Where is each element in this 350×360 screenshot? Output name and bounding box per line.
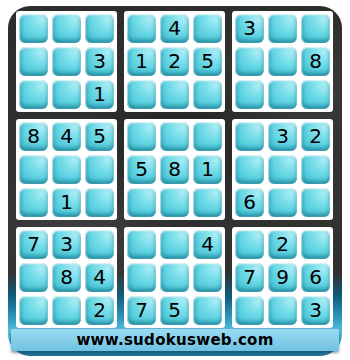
cell-r8c1[interactable] [19, 263, 48, 292]
cell-r8c6[interactable] [193, 263, 222, 292]
cell-r4c8[interactable]: 3 [268, 122, 297, 151]
given-digit: 3 [276, 126, 289, 146]
cell-r4c4[interactable] [127, 122, 156, 151]
cell-r9c7[interactable] [235, 296, 264, 325]
box-r3c1: 73842 [16, 227, 117, 328]
given-digit: 1 [201, 159, 214, 179]
cell-r4c1[interactable]: 8 [19, 122, 48, 151]
given-digit: 7 [27, 234, 40, 254]
cell-r5c5[interactable]: 8 [160, 155, 189, 184]
box-r1c3: 38 [232, 11, 333, 112]
cell-r6c8[interactable] [268, 188, 297, 217]
cell-r8c4[interactable] [127, 263, 156, 292]
cell-r4c7[interactable] [235, 122, 264, 151]
cell-r6c4[interactable] [127, 188, 156, 217]
cell-r7c9[interactable] [301, 230, 330, 259]
given-digit: 8 [27, 126, 40, 146]
box-r2c2: 581 [124, 119, 225, 220]
cell-r4c9[interactable]: 2 [301, 122, 330, 151]
given-digit: 5 [93, 126, 106, 146]
given-digit: 2 [276, 234, 289, 254]
cell-r7c7[interactable] [235, 230, 264, 259]
given-digit: 5 [201, 51, 214, 71]
cell-r7c4[interactable] [127, 230, 156, 259]
given-digit: 2 [309, 126, 322, 146]
given-digit: 6 [243, 192, 256, 212]
cell-r1c2[interactable] [52, 14, 81, 43]
cell-r1c1[interactable] [19, 14, 48, 43]
cell-r6c3[interactable] [85, 188, 114, 217]
given-digit: 5 [135, 159, 148, 179]
cell-r9c6[interactable] [193, 296, 222, 325]
cell-r8c8[interactable]: 9 [268, 263, 297, 292]
cell-r1c7[interactable]: 3 [235, 14, 264, 43]
cell-r2c3[interactable]: 3 [85, 47, 114, 76]
cell-r6c7[interactable]: 6 [235, 188, 264, 217]
cell-r2c6[interactable]: 5 [193, 47, 222, 76]
cell-r5c4[interactable]: 5 [127, 155, 156, 184]
cell-r3c7[interactable] [235, 80, 264, 109]
cell-r4c6[interactable] [193, 122, 222, 151]
cell-r3c1[interactable] [19, 80, 48, 109]
cell-r4c2[interactable]: 4 [52, 122, 81, 151]
cell-r3c2[interactable] [52, 80, 81, 109]
cell-r5c6[interactable]: 1 [193, 155, 222, 184]
cell-r7c6[interactable]: 4 [193, 230, 222, 259]
cell-r5c7[interactable] [235, 155, 264, 184]
given-digit: 4 [60, 126, 73, 146]
box-r1c2: 4125 [124, 11, 225, 112]
website-link[interactable]: www.sudokusweb.com [76, 331, 273, 349]
cell-r6c6[interactable] [193, 188, 222, 217]
given-digit: 9 [276, 267, 289, 287]
box-r1c1: 31 [16, 11, 117, 112]
given-digit: 1 [135, 51, 148, 71]
cell-r7c2[interactable]: 3 [52, 230, 81, 259]
given-digit: 4 [93, 267, 106, 287]
given-digit: 8 [168, 159, 181, 179]
box-r2c3: 326 [232, 119, 333, 220]
page: 3141253884515813267384247527963 www.sudo… [0, 0, 350, 360]
given-digit: 3 [60, 234, 73, 254]
cell-r1c5[interactable]: 4 [160, 14, 189, 43]
given-digit: 3 [93, 51, 106, 71]
given-digit: 3 [243, 18, 256, 38]
given-digit: 5 [168, 300, 181, 320]
cell-r3c6[interactable] [193, 80, 222, 109]
footer-bar: www.sudokusweb.com [11, 328, 339, 351]
cell-r5c8[interactable] [268, 155, 297, 184]
cell-r1c8[interactable] [268, 14, 297, 43]
cell-r1c9[interactable] [301, 14, 330, 43]
cell-r2c1[interactable] [19, 47, 48, 76]
sudoku-board: 3141253884515813267384247527963 www.sudo… [8, 6, 342, 356]
cell-r2c9[interactable]: 8 [301, 47, 330, 76]
cell-r1c3[interactable] [85, 14, 114, 43]
cell-r6c5[interactable] [160, 188, 189, 217]
sudoku-grid: 3141253884515813267384247527963 [16, 11, 333, 328]
cell-r7c8[interactable]: 2 [268, 230, 297, 259]
given-digit: 3 [309, 300, 322, 320]
cell-r1c4[interactable] [127, 14, 156, 43]
cell-r9c2[interactable] [52, 296, 81, 325]
cell-r8c7[interactable]: 7 [235, 263, 264, 292]
cell-r1c6[interactable] [193, 14, 222, 43]
given-digit: 7 [135, 300, 148, 320]
cell-r8c5[interactable] [160, 263, 189, 292]
given-digit: 7 [243, 267, 256, 287]
given-digit: 1 [60, 192, 73, 212]
cell-r9c8[interactable] [268, 296, 297, 325]
box-r3c2: 475 [124, 227, 225, 328]
given-digit: 8 [309, 51, 322, 71]
cell-r6c1[interactable] [19, 188, 48, 217]
cell-r9c5[interactable]: 5 [160, 296, 189, 325]
cell-r2c5[interactable]: 2 [160, 47, 189, 76]
given-digit: 2 [93, 300, 106, 320]
box-r2c1: 8451 [16, 119, 117, 220]
box-r3c3: 27963 [232, 227, 333, 328]
given-digit: 4 [168, 18, 181, 38]
cell-r3c3[interactable]: 1 [85, 80, 114, 109]
cell-r6c2[interactable]: 1 [52, 188, 81, 217]
cell-r8c9[interactable]: 6 [301, 263, 330, 292]
cell-r9c3[interactable]: 2 [85, 296, 114, 325]
cell-r3c9[interactable] [301, 80, 330, 109]
cell-r3c4[interactable] [127, 80, 156, 109]
given-digit: 2 [168, 51, 181, 71]
cell-r5c3[interactable] [85, 155, 114, 184]
cell-r9c9[interactable]: 3 [301, 296, 330, 325]
cell-r2c2[interactable] [52, 47, 81, 76]
cell-r8c2[interactable]: 8 [52, 263, 81, 292]
given-digit: 4 [201, 234, 214, 254]
cell-r8c3[interactable]: 4 [85, 263, 114, 292]
cell-r3c5[interactable] [160, 80, 189, 109]
given-digit: 8 [60, 267, 73, 287]
cell-r7c3[interactable] [85, 230, 114, 259]
cell-r9c4[interactable]: 7 [127, 296, 156, 325]
cell-r3c8[interactable] [268, 80, 297, 109]
cell-r2c7[interactable] [235, 47, 264, 76]
cell-r7c1[interactable]: 7 [19, 230, 48, 259]
cell-r9c1[interactable] [19, 296, 48, 325]
cell-r7c5[interactable] [160, 230, 189, 259]
cell-r5c1[interactable] [19, 155, 48, 184]
cell-r2c4[interactable]: 1 [127, 47, 156, 76]
cell-r2c8[interactable] [268, 47, 297, 76]
cell-r4c5[interactable] [160, 122, 189, 151]
cell-r5c2[interactable] [52, 155, 81, 184]
cell-r6c9[interactable] [301, 188, 330, 217]
given-digit: 1 [93, 84, 106, 104]
cell-r5c9[interactable] [301, 155, 330, 184]
cell-r4c3[interactable]: 5 [85, 122, 114, 151]
given-digit: 6 [309, 267, 322, 287]
